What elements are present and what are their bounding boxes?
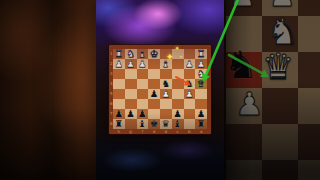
- thumbnail-stage: ♟♟♞♞♛♟ 12345678 ♜♞♝♚♜♟♟♟♝♟♟♞♞♞♛♟♟♟♟♟♟♟♟♜…: [0, 0, 320, 180]
- square-h5: [113, 89, 125, 99]
- piece-wB-d2: ♝: [160, 59, 172, 69]
- background-dim-overlay: [223, 0, 320, 180]
- file-label-b: b: [184, 130, 196, 135]
- piece-wP-b2: ♟: [184, 59, 196, 69]
- square-f2: ♟: [137, 59, 149, 69]
- file-label-g: g: [125, 130, 137, 135]
- piece-wP-b5: ♟: [184, 89, 196, 99]
- square-a8: ♜: [195, 119, 207, 129]
- piece-wN-g1: ♞: [125, 49, 137, 59]
- piece-bP-c7: ♟: [172, 109, 184, 119]
- square-d8: ♛: [160, 119, 172, 129]
- square-b7: [184, 109, 196, 119]
- piece-bP-f7: ♟: [137, 109, 149, 119]
- square-c2: [172, 59, 184, 69]
- piece-bP-h7: ♟: [113, 109, 125, 119]
- piece-bB-c8: ♝: [172, 119, 184, 129]
- piece-wP-f2: ♟: [137, 59, 149, 69]
- file-label-h: h: [113, 130, 125, 135]
- square-e2: [148, 59, 160, 69]
- square-f8: ♝: [137, 119, 149, 129]
- square-d2: ♝: [160, 59, 172, 69]
- piece-wQ-a4: ♛: [195, 79, 207, 89]
- piece-wN-a3: ♞: [195, 69, 207, 79]
- square-h8: ♜: [113, 119, 125, 129]
- piece-bQ-d8: ♛: [160, 119, 172, 129]
- square-e6: [148, 99, 160, 109]
- piece-bP-g7: ♟: [125, 109, 137, 119]
- piece-wP-a2: ♟: [195, 59, 207, 69]
- file-label-d: d: [160, 130, 172, 135]
- piece-wP-d5: ♟: [160, 89, 172, 99]
- file-labels: hgfedcba: [113, 130, 207, 135]
- file-label-f: f: [137, 130, 149, 135]
- square-b6: [184, 99, 196, 109]
- piece-wR-h1: ♜: [113, 49, 125, 59]
- file-label-c: c: [172, 130, 184, 135]
- piece-wB-f1: ♝: [137, 49, 149, 59]
- square-c1: [172, 49, 184, 59]
- file-label-e: e: [148, 130, 160, 135]
- piece-wK-e1: ♚: [148, 49, 160, 59]
- piece-bR-h8: ♜: [113, 119, 125, 129]
- piece-bP-a7: ♟: [195, 109, 207, 119]
- piece-bK-e8: ♚: [148, 119, 160, 129]
- piece-bP-e5: ♟: [148, 89, 160, 99]
- piece-bR-a8: ♜: [195, 119, 207, 129]
- file-label-a: a: [195, 130, 207, 135]
- piece-wP-g2: ♟: [125, 59, 137, 69]
- square-d5: ♟: [160, 89, 172, 99]
- square-g8: [125, 119, 137, 129]
- square-e3: [148, 69, 160, 79]
- piece-wR-a1: ♜: [195, 49, 207, 59]
- square-f4: [137, 79, 149, 89]
- square-f3: [137, 69, 149, 79]
- piece-bN-d4: ♞: [160, 79, 172, 89]
- square-c4: [172, 79, 184, 89]
- square-f5: [137, 89, 149, 99]
- purple-smoke: [96, 0, 224, 48]
- square-g5: [125, 89, 137, 99]
- square-g2: ♟: [125, 59, 137, 69]
- square-b8: [184, 119, 196, 129]
- piece-wP-h2: ♟: [113, 59, 125, 69]
- square-h4: [113, 79, 125, 89]
- square-g3: [125, 69, 137, 79]
- square-d6: [160, 99, 172, 109]
- square-e8: ♚: [148, 119, 160, 129]
- square-a5: [195, 89, 207, 99]
- square-c8: ♝: [172, 119, 184, 129]
- square-e5: ♟: [148, 89, 160, 99]
- square-b5: ♟: [184, 89, 196, 99]
- square-h2: ♟: [113, 59, 125, 69]
- square-g4: [125, 79, 137, 89]
- square-c5: [172, 89, 184, 99]
- square-c3: [172, 69, 184, 79]
- video-column: 12345678 ♜♞♝♚♜♟♟♟♝♟♟♞♞♞♛♟♟♟♟♟♟♟♟♜♝♚♛♝♜ h…: [96, 0, 224, 180]
- square-g7: ♟: [125, 109, 137, 119]
- dark-smoke: [96, 132, 224, 180]
- chess-board: 12345678 ♜♞♝♚♜♟♟♟♝♟♟♞♞♞♛♟♟♟♟♟♟♟♟♜♝♚♛♝♜ h…: [109, 45, 211, 134]
- piece-bB-f8: ♝: [137, 119, 149, 129]
- blurred-left-background: [0, 0, 97, 180]
- square-h3: [113, 69, 125, 79]
- square-b2: ♟: [184, 59, 196, 69]
- square-e1: ♚: [148, 49, 160, 59]
- board-squares: ♜♞♝♚♜♟♟♟♝♟♟♞♞♞♛♟♟♟♟♟♟♟♟♜♝♚♛♝♜: [113, 49, 207, 129]
- square-a4: ♛: [195, 79, 207, 89]
